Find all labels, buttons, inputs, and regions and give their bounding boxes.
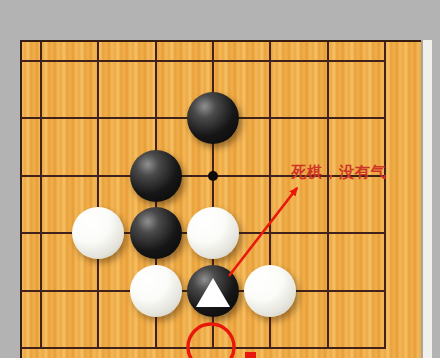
- white-stone[interactable]: [187, 207, 239, 259]
- white-stone[interactable]: [244, 265, 296, 317]
- white-stone[interactable]: [130, 265, 182, 317]
- black-stone[interactable]: [187, 92, 239, 144]
- grid-line-horizontal: [21, 60, 386, 62]
- black-stone[interactable]: [130, 207, 182, 259]
- white-stone[interactable]: [72, 207, 124, 259]
- board-side-edge: [421, 40, 432, 358]
- black-stone[interactable]: [130, 150, 182, 202]
- grid-line-vertical: [97, 42, 99, 349]
- triangle-mark: [196, 278, 230, 307]
- star-point: [208, 171, 218, 181]
- grid-line-horizontal: [21, 347, 386, 349]
- go-board[interactable]: [20, 40, 421, 358]
- black-stone-marked[interactable]: [187, 265, 239, 317]
- annotation-label: 死棋，没有气: [291, 163, 387, 181]
- grid-line-vertical: [40, 42, 42, 349]
- grid-line-vertical: [384, 42, 386, 349]
- screenshot-root: 死棋，没有气: [0, 0, 440, 358]
- grid-line-vertical: [327, 42, 329, 349]
